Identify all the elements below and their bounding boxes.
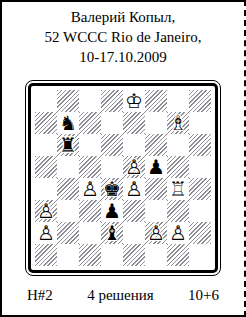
square-e4: ♙ xyxy=(123,178,145,200)
square-d4: ♚ xyxy=(101,178,123,200)
square-f8 xyxy=(145,90,167,112)
square-a8 xyxy=(35,90,57,112)
tournament-date: 10-17.10.2009 xyxy=(2,47,244,67)
square-h8 xyxy=(189,90,211,112)
solutions-label: 4 решения xyxy=(87,286,154,304)
square-c1 xyxy=(79,244,101,266)
author-name: Валерий Копыл, xyxy=(2,7,244,27)
black-knight: ♞ xyxy=(57,112,79,134)
square-b1 xyxy=(57,244,79,266)
square-g8 xyxy=(167,90,189,112)
square-a2: ♙ xyxy=(35,222,57,244)
white-pawn: ♙ xyxy=(35,200,57,222)
board-outer-border: ♔♞♗♜♙♟♙♚♙♖♙♟♙♝♙♙ xyxy=(25,80,221,276)
square-b7: ♞ xyxy=(57,112,79,134)
square-g1 xyxy=(167,244,189,266)
problem-header: Валерий Копыл, 52 WCCC Rio de Janeiro, 1… xyxy=(2,7,244,67)
square-b8 xyxy=(57,90,79,112)
black-bishop: ♝ xyxy=(101,222,123,244)
square-f4 xyxy=(145,178,167,200)
square-e1 xyxy=(123,244,145,266)
square-d5 xyxy=(101,156,123,178)
square-h2 xyxy=(189,222,211,244)
square-c4: ♙ xyxy=(79,178,101,200)
problem-card: Валерий Копыл, 52 WCCC Rio de Janeiro, 1… xyxy=(0,0,246,317)
square-c8 xyxy=(79,90,101,112)
square-f1 xyxy=(145,244,167,266)
square-g6 xyxy=(167,134,189,156)
square-d3: ♟ xyxy=(101,200,123,222)
square-e7 xyxy=(123,112,145,134)
black-pawn: ♟ xyxy=(101,200,123,222)
black-rook: ♜ xyxy=(57,134,79,156)
square-a5 xyxy=(35,156,57,178)
square-c2 xyxy=(79,222,101,244)
square-b3 xyxy=(57,200,79,222)
square-b5 xyxy=(57,156,79,178)
square-f2: ♙ xyxy=(145,222,167,244)
square-a3: ♙ xyxy=(35,200,57,222)
chessboard: ♔♞♗♜♙♟♙♚♙♖♙♟♙♝♙♙ xyxy=(35,90,211,266)
white-pawn: ♙ xyxy=(123,178,145,200)
square-b4 xyxy=(57,178,79,200)
square-h4 xyxy=(189,178,211,200)
square-h3 xyxy=(189,200,211,222)
stipulation-label: H#2 xyxy=(27,286,53,304)
square-f3 xyxy=(145,200,167,222)
white-rook: ♖ xyxy=(167,178,189,200)
square-a7 xyxy=(35,112,57,134)
square-d7 xyxy=(101,112,123,134)
white-bishop: ♗ xyxy=(167,112,189,134)
square-h5 xyxy=(189,156,211,178)
square-f5: ♟ xyxy=(145,156,167,178)
square-e8: ♔ xyxy=(123,90,145,112)
square-g5 xyxy=(167,156,189,178)
square-g2: ♙ xyxy=(167,222,189,244)
square-g7: ♗ xyxy=(167,112,189,134)
square-f7 xyxy=(145,112,167,134)
square-g3 xyxy=(167,200,189,222)
square-c5 xyxy=(79,156,101,178)
white-pawn: ♙ xyxy=(167,222,189,244)
square-h6 xyxy=(189,134,211,156)
square-d1 xyxy=(101,244,123,266)
white-king: ♔ xyxy=(123,90,145,112)
square-d8 xyxy=(101,90,123,112)
square-e5: ♙ xyxy=(123,156,145,178)
square-g4: ♖ xyxy=(167,178,189,200)
board-inner-border: ♔♞♗♜♙♟♙♚♙♖♙♟♙♝♙♙ xyxy=(28,83,218,273)
square-h7 xyxy=(189,112,211,134)
square-c6 xyxy=(79,134,101,156)
square-a4 xyxy=(35,178,57,200)
black-pawn: ♟ xyxy=(145,156,167,178)
white-pawn: ♙ xyxy=(145,222,167,244)
square-c3 xyxy=(79,200,101,222)
square-f6 xyxy=(145,134,167,156)
problem-caption: H#2 4 решения 10+6 xyxy=(27,286,219,304)
square-c7 xyxy=(79,112,101,134)
white-pawn: ♙ xyxy=(79,178,101,200)
square-a1 xyxy=(35,244,57,266)
black-king: ♚ xyxy=(101,178,123,200)
square-b6: ♜ xyxy=(57,134,79,156)
square-h1 xyxy=(189,244,211,266)
white-pawn: ♙ xyxy=(35,222,57,244)
square-e2 xyxy=(123,222,145,244)
board-frame: ♔♞♗♜♙♟♙♚♙♖♙♟♙♝♙♙ xyxy=(25,80,221,276)
square-e3 xyxy=(123,200,145,222)
white-pawn: ♙ xyxy=(123,156,145,178)
square-b2 xyxy=(57,222,79,244)
tournament-name: 52 WCCC Rio de Janeiro, xyxy=(2,27,244,47)
square-a6 xyxy=(35,134,57,156)
material-count-label: 10+6 xyxy=(188,286,219,304)
square-e6 xyxy=(123,134,145,156)
square-d2: ♝ xyxy=(101,222,123,244)
square-d6 xyxy=(101,134,123,156)
